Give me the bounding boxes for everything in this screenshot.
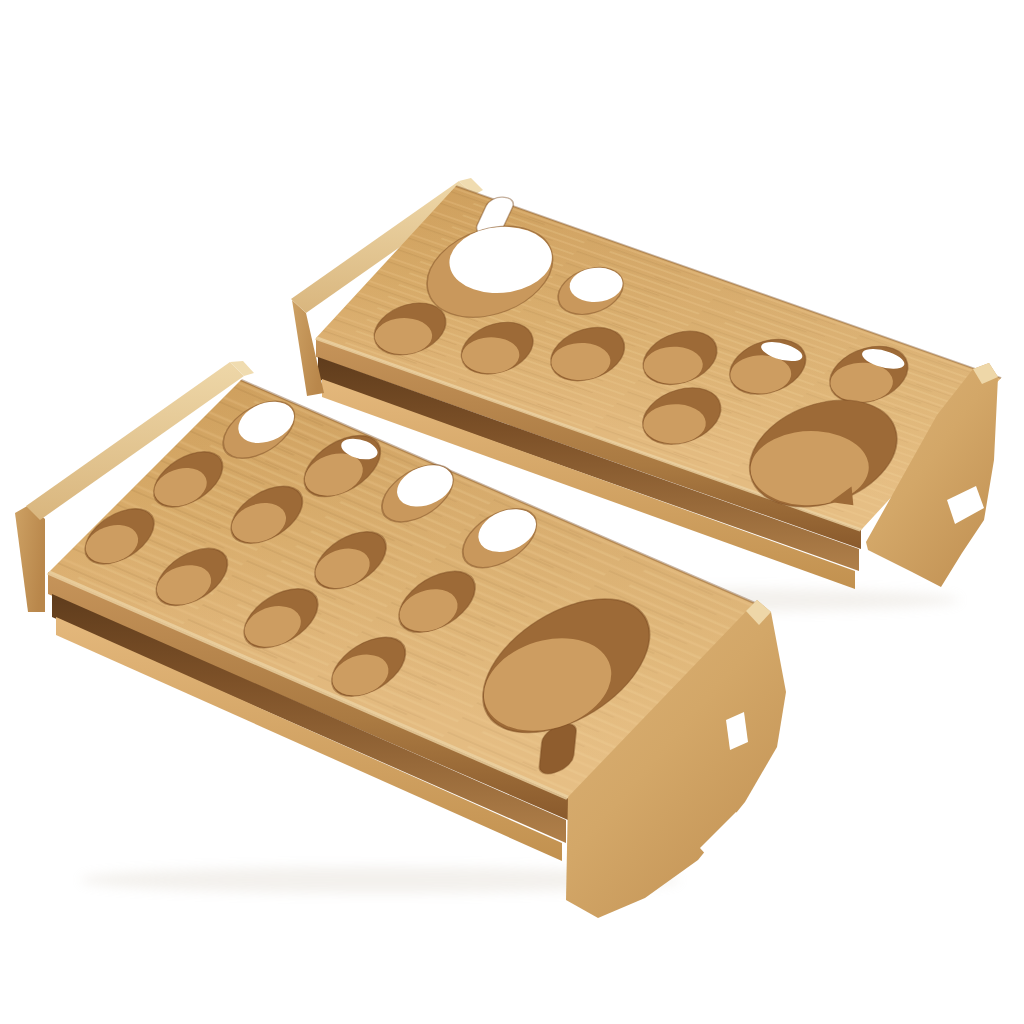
photo-canvas	[0, 0, 1024, 1024]
left-end-panel	[15, 505, 45, 612]
product-photo	[0, 0, 1024, 1024]
